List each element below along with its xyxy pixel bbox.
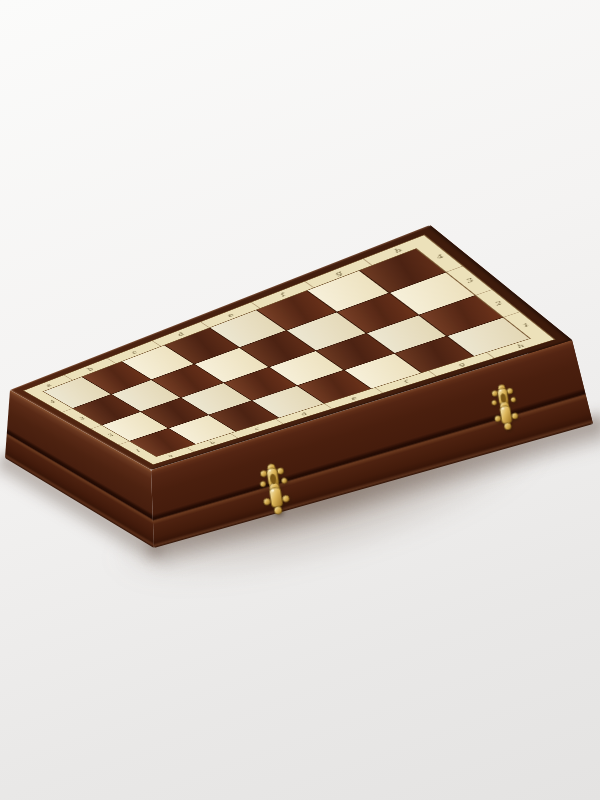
brass-clasp-front <box>251 460 299 522</box>
brass-clasp-side <box>483 381 526 436</box>
product-photo: abcdefgh 4321 4321 abcdefgh <box>0 0 600 800</box>
